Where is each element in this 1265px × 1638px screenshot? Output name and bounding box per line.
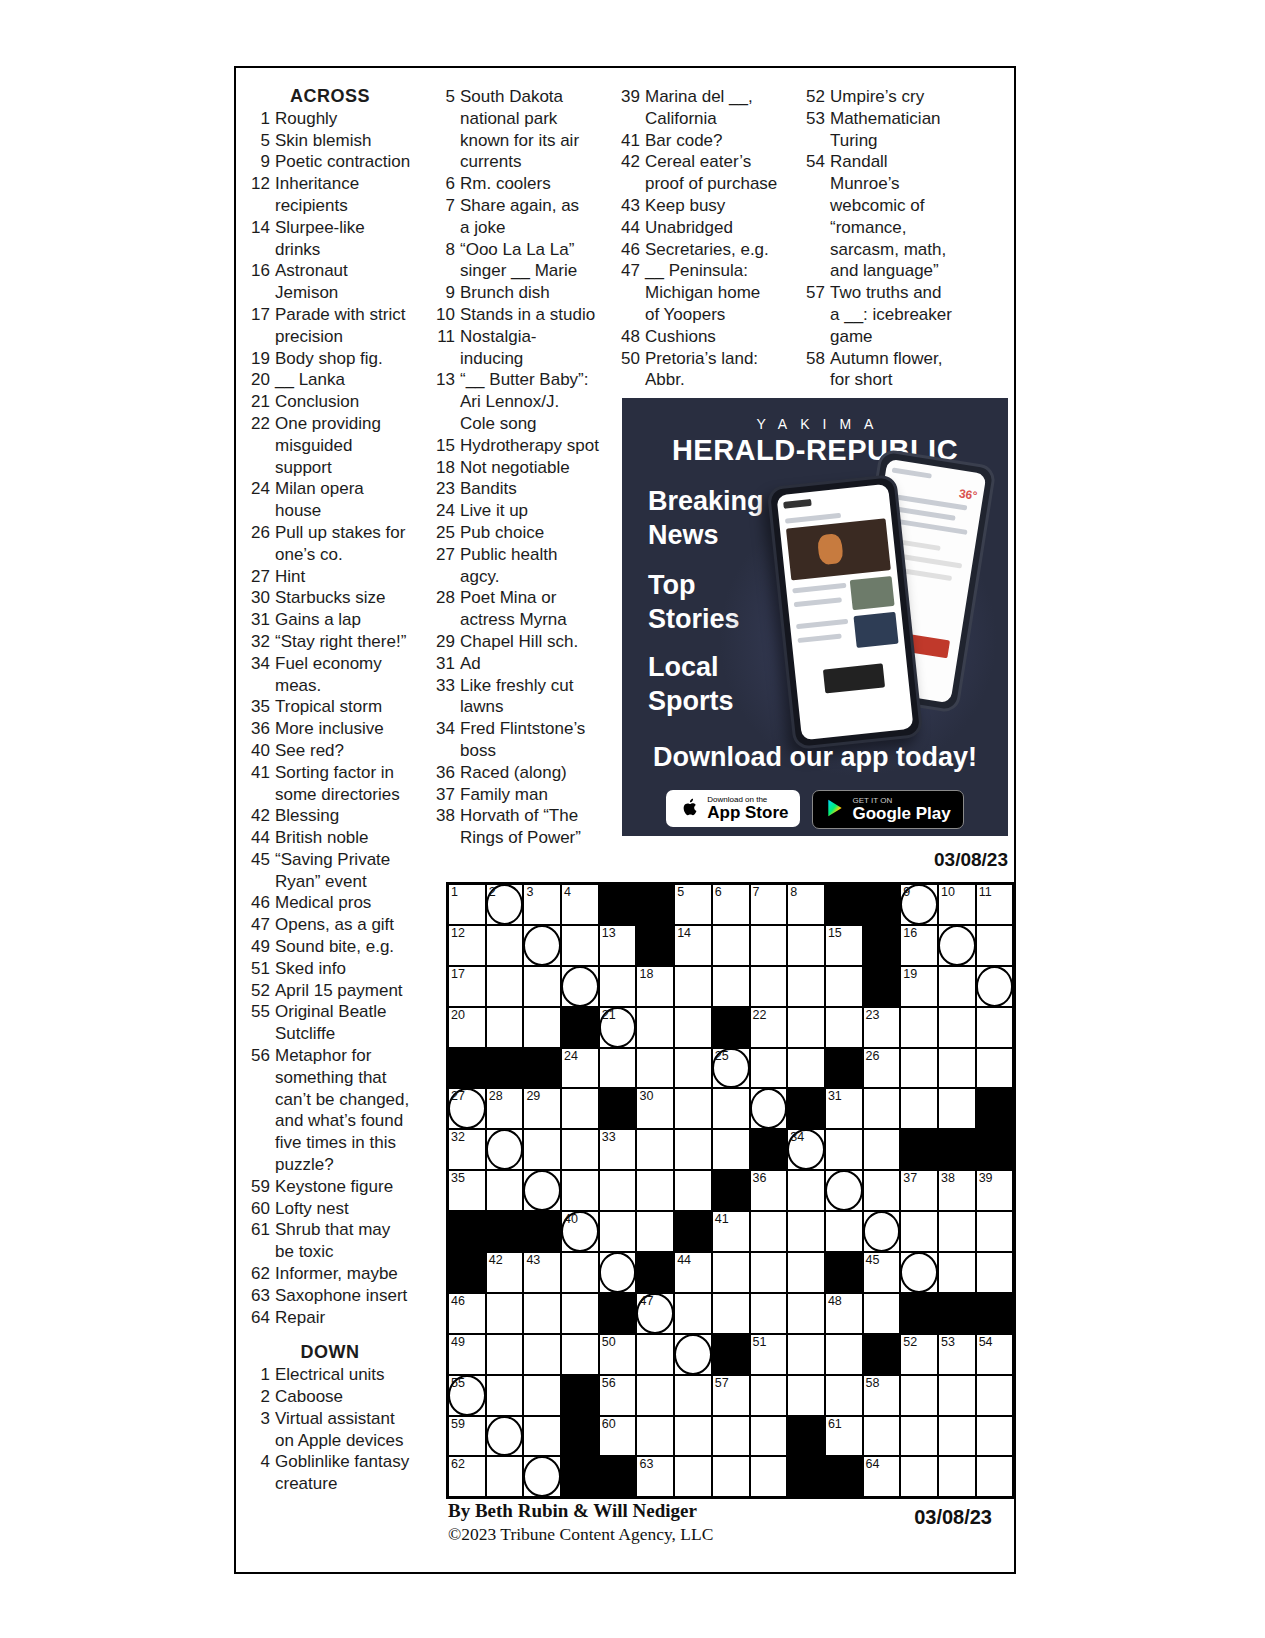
clue-text: Autumn flower, for short xyxy=(830,348,981,392)
grid-cell-r4c5[interactable]: 21 xyxy=(600,1008,636,1047)
theme-circle-marker xyxy=(750,1088,788,1129)
clue-number: 36 xyxy=(431,762,460,784)
clue-number: 26 xyxy=(246,522,275,566)
grid-cell-r11c4[interactable] xyxy=(562,1294,598,1333)
grid-cell-r3c3[interactable] xyxy=(524,967,560,1006)
grid-cell-r11c8[interactable] xyxy=(713,1294,749,1333)
clue-number: 48 xyxy=(616,326,645,348)
grid-cell-r10c7[interactable]: 44 xyxy=(675,1253,711,1292)
grid-cell-r8c10[interactable] xyxy=(788,1171,824,1210)
grid-cell-r14c1[interactable]: 59 xyxy=(449,1417,485,1456)
grid-cell-r2c14[interactable] xyxy=(939,926,975,965)
grid-cell-r13c5[interactable]: 56 xyxy=(600,1376,636,1415)
grid-cell-r12c10[interactable] xyxy=(788,1335,824,1374)
grid-cell-r9c14[interactable] xyxy=(939,1212,975,1251)
grid-cell-r5c15[interactable] xyxy=(977,1049,1013,1088)
clue-number: 52 xyxy=(801,86,830,108)
grid-cell-r9c13[interactable] xyxy=(901,1212,937,1251)
grid-cell-r6c14[interactable] xyxy=(939,1089,975,1128)
grid-cell-r14c12[interactable] xyxy=(864,1417,900,1456)
grid-cell-r2c10[interactable] xyxy=(788,926,824,965)
grid-cell-r12c6[interactable] xyxy=(637,1335,673,1374)
cell-number: 13 xyxy=(602,926,616,941)
cell-number: 49 xyxy=(451,1335,465,1350)
black-cell-r7c14 xyxy=(939,1130,975,1169)
grid-cell-r3c15[interactable] xyxy=(977,967,1013,1006)
grid-cell-r14c9[interactable] xyxy=(751,1417,787,1456)
black-cell-r7c13 xyxy=(901,1130,937,1169)
grid-cell-r13c7[interactable] xyxy=(675,1376,711,1415)
black-cell-r11c14 xyxy=(939,1294,975,1333)
grid-cell-r7c2[interactable] xyxy=(487,1130,523,1169)
clue-text: More inclusive xyxy=(275,718,414,740)
grid-cell-r13c15[interactable] xyxy=(977,1376,1013,1415)
cell-number: 19 xyxy=(903,967,917,982)
grid-cell-r12c7[interactable] xyxy=(675,1335,711,1374)
grid-cell-r4c13[interactable] xyxy=(901,1008,937,1047)
grid-cell-r13c14[interactable] xyxy=(939,1376,975,1415)
grid-cell-r4c6[interactable] xyxy=(637,1008,673,1047)
clue-across-44: 44British noble xyxy=(246,827,414,849)
grid-cell-r3c6[interactable]: 18 xyxy=(637,967,673,1006)
clue-text: Virtual assistant on Apple devices xyxy=(275,1408,414,1452)
clue-text: Umpire’s cry xyxy=(830,86,981,108)
grid-cell-r7c4[interactable] xyxy=(562,1130,598,1169)
weather-temp: 36° xyxy=(958,486,978,503)
clue-across-55: 55Original Beatle Sutcliffe xyxy=(246,1001,414,1045)
grid-cell-r5c5[interactable] xyxy=(600,1049,636,1088)
grid-cell-r5c9[interactable] xyxy=(751,1049,787,1088)
clue-number: 38 xyxy=(431,805,460,849)
clue-number: 28 xyxy=(431,587,460,631)
grid-cell-r8c9[interactable]: 36 xyxy=(751,1171,787,1210)
grid-cell-r15c13[interactable] xyxy=(901,1457,937,1496)
grid-cell-r2c7[interactable]: 14 xyxy=(675,926,711,965)
clue-text: Conclusion xyxy=(275,391,414,413)
black-cell-r10c6 xyxy=(637,1253,673,1292)
cell-number: 38 xyxy=(941,1171,955,1186)
clue-number: 52 xyxy=(246,980,275,1002)
grid-cell-r11c7[interactable] xyxy=(675,1294,711,1333)
grid-cell-r6c7[interactable] xyxy=(675,1089,711,1128)
grid-cell-r4c1[interactable]: 20 xyxy=(449,1008,485,1047)
clue-text: Body shop fig. xyxy=(275,348,414,370)
clue-number: 41 xyxy=(246,762,275,806)
clue-number: 9 xyxy=(246,151,275,173)
black-cell-r1c6 xyxy=(637,885,673,924)
grid-cell-r12c5[interactable]: 50 xyxy=(600,1335,636,1374)
grid-cell-r2c13[interactable]: 16 xyxy=(901,926,937,965)
grid-cell-r1c3[interactable]: 3 xyxy=(524,885,560,924)
clue-number: 2 xyxy=(246,1386,275,1408)
grid-cell-r2c5[interactable]: 13 xyxy=(600,926,636,965)
clue-number: 47 xyxy=(616,260,645,325)
clue-text: See red? xyxy=(275,740,414,762)
grid-cell-r7c7[interactable] xyxy=(675,1130,711,1169)
grid-cell-r15c6[interactable]: 63 xyxy=(637,1457,673,1496)
grid-cell-r14c5[interactable]: 60 xyxy=(600,1417,636,1456)
google-play-badge-big-text: Google Play xyxy=(852,805,950,823)
grid-cell-r2c4[interactable] xyxy=(562,926,598,965)
cell-number: 59 xyxy=(451,1417,465,1432)
grid-cell-r8c15[interactable]: 39 xyxy=(977,1171,1013,1210)
grid-cell-r1c4[interactable]: 4 xyxy=(562,885,598,924)
clue-number: 57 xyxy=(801,282,830,347)
grid-cell-r11c1[interactable]: 46 xyxy=(449,1294,485,1333)
grid-cell-r10c12[interactable]: 45 xyxy=(864,1253,900,1292)
grid-cell-r3c5[interactable] xyxy=(600,967,636,1006)
grid-cell-r9c8[interactable]: 41 xyxy=(713,1212,749,1251)
grid-cell-r1c1[interactable]: 1 xyxy=(449,885,485,924)
grid-cell-r4c14[interactable] xyxy=(939,1008,975,1047)
black-cell-r14c10 xyxy=(788,1417,824,1456)
grid-cell-r13c6[interactable] xyxy=(637,1376,673,1415)
grid-cell-r6c2[interactable]: 28 xyxy=(487,1089,523,1128)
grid-cell-r14c8[interactable] xyxy=(713,1417,749,1456)
clue-text: Original Beatle Sutcliffe xyxy=(275,1001,414,1045)
grid-cell-r9c9[interactable] xyxy=(751,1212,787,1251)
grid-cell-r9c6[interactable] xyxy=(637,1212,673,1251)
grid-cell-r8c13[interactable]: 37 xyxy=(901,1171,937,1210)
grid-cell-r11c9[interactable] xyxy=(751,1294,787,1333)
grid-cell-r15c9[interactable] xyxy=(751,1457,787,1496)
clue-text: Stands in a studio xyxy=(460,304,607,326)
clue-number: 46 xyxy=(616,239,645,261)
grid-cell-r5c4[interactable]: 24 xyxy=(562,1049,598,1088)
grid-cell-r5c10[interactable] xyxy=(788,1049,824,1088)
clue-across-63: 63Saxophone insert xyxy=(246,1285,414,1307)
grid-cell-r7c6[interactable] xyxy=(637,1130,673,1169)
grid-cell-r6c1[interactable]: 27 xyxy=(449,1089,485,1128)
grid-cell-r1c7[interactable]: 5 xyxy=(675,885,711,924)
grid-cell-r11c10[interactable] xyxy=(788,1294,824,1333)
clue-number: 44 xyxy=(616,217,645,239)
grid-cell-r4c7[interactable] xyxy=(675,1008,711,1047)
grid-cell-r12c11[interactable] xyxy=(826,1335,862,1374)
grid-cell-r9c4[interactable]: 40 xyxy=(562,1212,598,1251)
grid-cell-r5c7[interactable] xyxy=(675,1049,711,1088)
grid-cell-r1c13[interactable]: 9 xyxy=(901,885,937,924)
grid-cell-r3c10[interactable] xyxy=(788,967,824,1006)
grid-cell-r12c2[interactable] xyxy=(487,1335,523,1374)
grid-cell-r15c1[interactable]: 62 xyxy=(449,1457,485,1496)
grid-cell-r1c2[interactable]: 2 xyxy=(487,885,523,924)
clue-text: Poet Mina or actress Myrna xyxy=(460,587,607,631)
grid-cell-r6c4[interactable] xyxy=(562,1089,598,1128)
cell-number: 8 xyxy=(790,885,797,900)
grid-cell-r12c14[interactable]: 53 xyxy=(939,1335,975,1374)
clue-text: Roughly xyxy=(275,108,414,130)
grid-cell-r10c9[interactable] xyxy=(751,1253,787,1292)
grid-cell-r1c8[interactable]: 6 xyxy=(713,885,749,924)
cell-number: 33 xyxy=(602,1130,616,1145)
cell-number: 60 xyxy=(602,1417,616,1432)
grid-cell-r10c4[interactable] xyxy=(562,1253,598,1292)
grid-cell-r7c3[interactable] xyxy=(524,1130,560,1169)
grid-cell-r15c12[interactable]: 64 xyxy=(864,1457,900,1496)
clue-number: 43 xyxy=(616,195,645,217)
clue-text: Parade with strict precision xyxy=(275,304,414,348)
grid-cell-r8c4[interactable] xyxy=(562,1171,598,1210)
grid-cell-r12c3[interactable] xyxy=(524,1335,560,1374)
grid-cell-r8c5[interactable] xyxy=(600,1171,636,1210)
cell-number: 22 xyxy=(753,1008,767,1023)
grid-cell-r5c14[interactable] xyxy=(939,1049,975,1088)
clue-text: Astronaut Jemison xyxy=(275,260,414,304)
grid-cell-r13c13[interactable] xyxy=(901,1376,937,1415)
clue-text: Skin blemish xyxy=(275,130,414,152)
clue-across-12: 12Inheritance recipients xyxy=(246,173,414,217)
grid-cell-r10c5[interactable] xyxy=(600,1253,636,1292)
cell-number: 45 xyxy=(866,1253,880,1268)
grid-cell-r6c3[interactable]: 29 xyxy=(524,1089,560,1128)
black-cell-r9c7 xyxy=(675,1212,711,1251)
grid-cell-r3c8[interactable] xyxy=(713,967,749,1006)
clue-text: Goblinlike fantasy creature xyxy=(275,1451,414,1495)
grid-cell-r7c5[interactable]: 33 xyxy=(600,1130,636,1169)
grid-cell-r8c11[interactable] xyxy=(826,1171,862,1210)
grid-cell-r3c11[interactable] xyxy=(826,967,862,1006)
grid-cell-r3c2[interactable] xyxy=(487,967,523,1006)
grid-cell-r2c3[interactable] xyxy=(524,926,560,965)
clue-number: 64 xyxy=(246,1307,275,1329)
grid-cell-r9c12[interactable] xyxy=(864,1212,900,1251)
grid-cell-r12c4[interactable] xyxy=(562,1335,598,1374)
clue-text: Electrical units xyxy=(275,1364,414,1386)
grid-cell-r5c6[interactable] xyxy=(637,1049,673,1088)
grid-cell-r1c10[interactable]: 8 xyxy=(788,885,824,924)
clue-text: Cereal eater’s proof of purchase xyxy=(645,151,792,195)
cell-number: 29 xyxy=(526,1089,540,1104)
cell-number: 57 xyxy=(715,1376,729,1391)
grid-cell-r3c7[interactable] xyxy=(675,967,711,1006)
clue-text: One providing misguided support xyxy=(275,413,414,478)
black-cell-r1c5 xyxy=(600,885,636,924)
grid-cell-r2c11[interactable]: 15 xyxy=(826,926,862,965)
clue-number: 35 xyxy=(246,696,275,718)
grid-cell-r5c8[interactable]: 25 xyxy=(713,1049,749,1088)
cell-number: 46 xyxy=(451,1294,465,1309)
grid-cell-r5c12[interactable]: 26 xyxy=(864,1049,900,1088)
grid-cell-r13c2[interactable] xyxy=(487,1376,523,1415)
grid-cell-r14c11[interactable]: 61 xyxy=(826,1417,862,1456)
clue-down-46: 46Secretaries, e.g. xyxy=(616,239,792,261)
grid-cell-r13c8[interactable]: 57 xyxy=(713,1376,749,1415)
clue-number: 45 xyxy=(246,849,275,893)
grid-cell-r11c6[interactable]: 47 xyxy=(637,1294,673,1333)
grid-cell-r8c14[interactable]: 38 xyxy=(939,1171,975,1210)
grid-cell-r12c13[interactable]: 52 xyxy=(901,1335,937,1374)
grid-cell-r4c3[interactable] xyxy=(524,1008,560,1047)
grid-cell-r15c8[interactable] xyxy=(713,1457,749,1496)
grid-cell-r13c1[interactable]: 55 xyxy=(449,1376,485,1415)
grid-cell-r7c1[interactable]: 32 xyxy=(449,1130,485,1169)
grid-cell-r14c13[interactable] xyxy=(901,1417,937,1456)
clue-text: Slurpee-like drinks xyxy=(275,217,414,261)
grid-cell-r13c10[interactable] xyxy=(788,1376,824,1415)
grid-cell-r4c11[interactable] xyxy=(826,1008,862,1047)
grid-cell-r4c12[interactable]: 23 xyxy=(864,1008,900,1047)
grid-cell-r1c9[interactable]: 7 xyxy=(751,885,787,924)
black-cell-r12c12 xyxy=(864,1335,900,1374)
clue-down-15: 15Hydrotherapy spot xyxy=(431,435,607,457)
grid-cell-r3c4[interactable] xyxy=(562,967,598,1006)
clue-across-46: 46Medical pros xyxy=(246,892,414,914)
black-cell-r7c15 xyxy=(977,1130,1013,1169)
grid-cell-r10c2[interactable]: 42 xyxy=(487,1253,523,1292)
cell-number: 43 xyxy=(526,1253,540,1268)
grid-cell-r10c10[interactable] xyxy=(788,1253,824,1292)
grid-cell-r7c12[interactable] xyxy=(864,1130,900,1169)
cell-number: 12 xyxy=(451,926,465,941)
cell-number: 16 xyxy=(903,926,917,941)
black-cell-r4c8 xyxy=(713,1008,749,1047)
grid-cell-r6c13[interactable] xyxy=(901,1089,937,1128)
black-cell-r5c1 xyxy=(449,1049,485,1088)
grid-cell-r14c3[interactable] xyxy=(524,1417,560,1456)
clue-down-41: 41Bar code? xyxy=(616,130,792,152)
grid-cell-r6c12[interactable] xyxy=(864,1089,900,1128)
grid-cell-r2c8[interactable] xyxy=(713,926,749,965)
across-header: ACROSS xyxy=(246,86,414,108)
cell-number: 20 xyxy=(451,1008,465,1023)
cell-number: 63 xyxy=(639,1457,653,1472)
grid-cell-r15c3[interactable] xyxy=(524,1457,560,1496)
clue-across-14: 14Slurpee-like drinks xyxy=(246,217,414,261)
black-cell-r15c10 xyxy=(788,1457,824,1496)
clue-down-47: 47__ Peninsula: Michigan home of Yoopers xyxy=(616,260,792,325)
grid-cell-r6c11[interactable]: 31 xyxy=(826,1089,862,1128)
grid-cell-r8c7[interactable] xyxy=(675,1171,711,1210)
clue-down-7: 7Share again, as a joke xyxy=(431,195,607,239)
grid-cell-r2c15[interactable] xyxy=(977,926,1013,965)
grid-cell-r3c9[interactable] xyxy=(751,967,787,1006)
clue-number: 27 xyxy=(246,566,275,588)
grid-cell-r3c14[interactable] xyxy=(939,967,975,1006)
grid-cell-r11c2[interactable] xyxy=(487,1294,523,1333)
grid-cell-r15c15[interactable] xyxy=(977,1457,1013,1496)
grid-cell-r14c14[interactable] xyxy=(939,1417,975,1456)
grid-cell-r6c6[interactable]: 30 xyxy=(637,1089,673,1128)
grid-cell-r1c14[interactable]: 10 xyxy=(939,885,975,924)
clue-across-60: 60Lofty nest xyxy=(246,1198,414,1220)
grid-cell-r9c11[interactable] xyxy=(826,1212,862,1251)
clue-down-54: 54Randall Munroe’s webcomic of “romance,… xyxy=(801,151,981,282)
google-play-badge[interactable]: GET IT ONGoogle Play xyxy=(812,790,963,829)
grid-cell-r8c1[interactable]: 35 xyxy=(449,1171,485,1210)
clue-text: “Stay right there!” xyxy=(275,631,414,653)
app-store-badge[interactable]: Download on theApp Store xyxy=(666,790,800,827)
grid-cell-r14c7[interactable] xyxy=(675,1417,711,1456)
clue-down-9: 9Brunch dish xyxy=(431,282,607,304)
black-cell-r7c9 xyxy=(751,1130,787,1169)
clue-number: 33 xyxy=(431,675,460,719)
grid-cell-r11c12[interactable] xyxy=(864,1294,900,1333)
cell-number: 6 xyxy=(715,885,722,900)
grid-cell-r1c15[interactable]: 11 xyxy=(977,885,1013,924)
theme-circle-marker xyxy=(863,1211,901,1252)
grid-cell-r11c3[interactable] xyxy=(524,1294,560,1333)
grid-cell-r15c2[interactable] xyxy=(487,1457,523,1496)
grid-cell-r12c9[interactable]: 51 xyxy=(751,1335,787,1374)
clue-down-37: 37Family man xyxy=(431,784,607,806)
grid-cell-r14c15[interactable] xyxy=(977,1417,1013,1456)
grid-cell-r5c13[interactable] xyxy=(901,1049,937,1088)
grid-cell-r6c9[interactable] xyxy=(751,1089,787,1128)
grid-cell-r2c2[interactable] xyxy=(487,926,523,965)
grid-cell-r12c15[interactable]: 54 xyxy=(977,1335,1013,1374)
clue-text: Starbucks size xyxy=(275,587,414,609)
grid-cell-r3c13[interactable]: 19 xyxy=(901,967,937,1006)
grid-cell-r7c10[interactable]: 34 xyxy=(788,1130,824,1169)
clue-across-1: 1Roughly xyxy=(246,108,414,130)
grid-cell-r9c10[interactable] xyxy=(788,1212,824,1251)
grid-cell-r10c14[interactable] xyxy=(939,1253,975,1292)
clue-down-53: 53Mathematician Turing xyxy=(801,108,981,152)
grid-cell-r8c3[interactable] xyxy=(524,1171,560,1210)
grid-cell-r10c13[interactable] xyxy=(901,1253,937,1292)
cell-number: 24 xyxy=(564,1049,578,1064)
grid-cell-r10c15[interactable] xyxy=(977,1253,1013,1292)
grid-cell-r4c2[interactable] xyxy=(487,1008,523,1047)
grid-cell-r12c1[interactable]: 49 xyxy=(449,1335,485,1374)
grid-cell-r10c8[interactable] xyxy=(713,1253,749,1292)
grid-cell-r6c8[interactable] xyxy=(713,1089,749,1128)
clue-text: Sorting factor in some directories xyxy=(275,762,414,806)
grid-cell-r9c5[interactable] xyxy=(600,1212,636,1251)
grid-cell-r10c3[interactable]: 43 xyxy=(524,1253,560,1292)
grid-cell-r13c12[interactable]: 58 xyxy=(864,1376,900,1415)
black-cell-r2c12 xyxy=(864,926,900,965)
grid-cell-r7c8[interactable] xyxy=(713,1130,749,1169)
cell-number: 62 xyxy=(451,1457,465,1472)
grid-cell-r9c15[interactable] xyxy=(977,1212,1013,1251)
clue-text: Gains a lap xyxy=(275,609,414,631)
news-photo-2 xyxy=(850,576,895,610)
grid-cell-r13c3[interactable] xyxy=(524,1376,560,1415)
grid-cell-r8c6[interactable] xyxy=(637,1171,673,1210)
cell-number: 23 xyxy=(866,1008,880,1023)
clue-across-17: 17Parade with strict precision xyxy=(246,304,414,348)
grid-cell-r15c7[interactable] xyxy=(675,1457,711,1496)
grid-cell-r8c2[interactable] xyxy=(487,1171,523,1210)
cell-number: 26 xyxy=(866,1049,880,1064)
grid-cell-r11c11[interactable]: 48 xyxy=(826,1294,862,1333)
clue-number: 4 xyxy=(246,1451,275,1495)
grid-cell-r2c1[interactable]: 12 xyxy=(449,926,485,965)
grid-cell-r14c6[interactable] xyxy=(637,1417,673,1456)
cell-number: 61 xyxy=(828,1417,842,1432)
clue-down-23: 23Bandits xyxy=(431,478,607,500)
grid-cell-r7c11[interactable] xyxy=(826,1130,862,1169)
grid-cell-r4c10[interactable] xyxy=(788,1008,824,1047)
grid-cell-r15c14[interactable] xyxy=(939,1457,975,1496)
clue-number: 23 xyxy=(431,478,460,500)
clue-number: 22 xyxy=(246,413,275,478)
grid-cell-r13c11[interactable] xyxy=(826,1376,862,1415)
theme-circle-marker xyxy=(523,925,561,966)
grid-cell-r2c9[interactable] xyxy=(751,926,787,965)
clue-number: 63 xyxy=(246,1285,275,1307)
grid-cell-r4c15[interactable] xyxy=(977,1008,1013,1047)
grid-cell-r3c1[interactable]: 17 xyxy=(449,967,485,1006)
grid-cell-r4c9[interactable]: 22 xyxy=(751,1008,787,1047)
clue-number: 40 xyxy=(246,740,275,762)
grid-cell-r8c12[interactable] xyxy=(864,1171,900,1210)
grid-cell-r13c9[interactable] xyxy=(751,1376,787,1415)
grid-cell-r14c2[interactable] xyxy=(487,1417,523,1456)
clue-text: Sked info xyxy=(275,958,414,980)
